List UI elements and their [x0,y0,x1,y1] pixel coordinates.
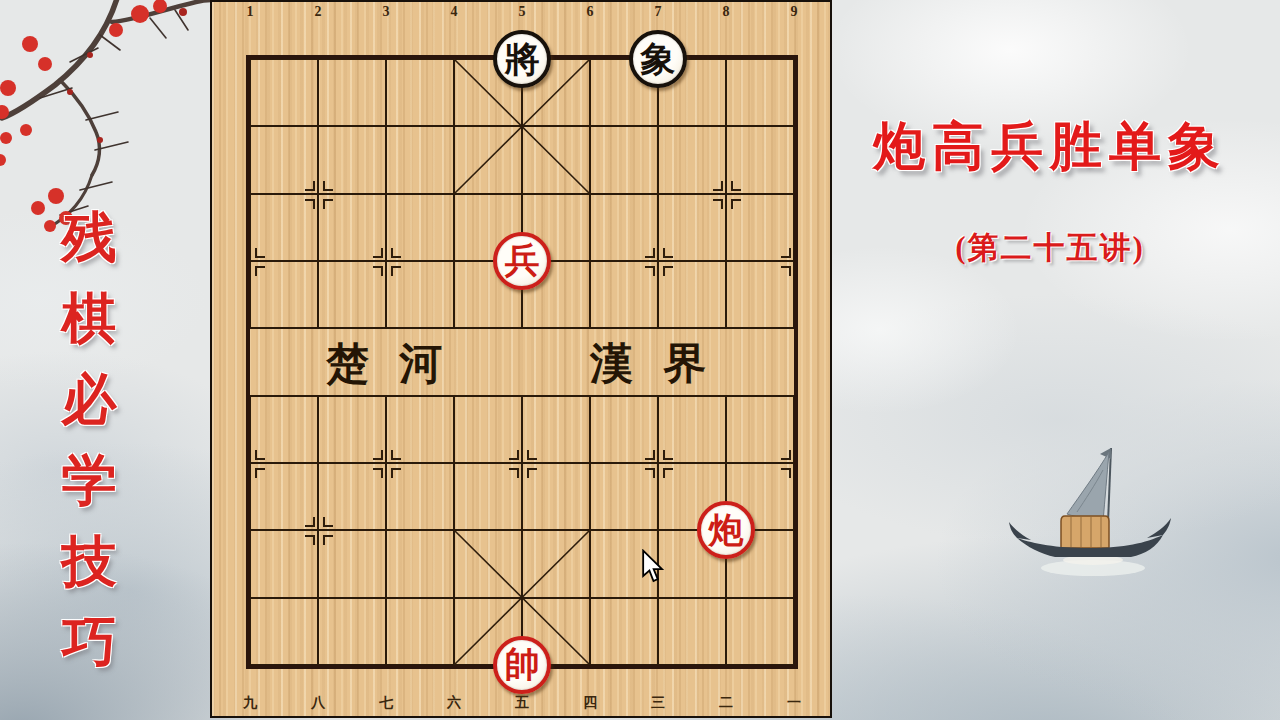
marker-bracket [391,468,401,478]
mouse-cursor [641,549,665,585]
file-label-top: 2 [315,4,322,20]
marker-bracket [391,266,401,276]
file-label-bottom: 二 [719,694,733,712]
red-pawn-piece[interactable]: 兵 [493,232,551,290]
marker-bracket [391,248,401,258]
file-label-bottom: 八 [311,694,325,712]
marker-bracket [255,266,265,276]
marker-bracket [645,450,655,460]
marker-bracket [713,199,723,209]
banner-character: 残 [62,210,117,265]
marker-bracket [509,468,519,478]
marker-bracket [323,535,333,545]
marker-bracket [781,450,791,460]
marker-bracket [373,248,383,258]
marker-bracket [663,450,673,460]
marker-bracket [255,450,265,460]
marker-bracket [323,517,333,527]
marker-bracket [663,468,673,478]
left-vertical-banner: 残棋必学技巧 [58,210,120,670]
marker-bracket [731,199,741,209]
marker-bracket [391,450,401,460]
marker-bracket [509,450,519,460]
banner-character: 学 [62,453,117,508]
file-label-bottom: 一 [787,694,801,712]
file-label-bottom: 六 [447,694,461,712]
banner-character: 技 [62,534,117,589]
file-label-bottom: 四 [583,694,597,712]
file-label-bottom: 五 [515,694,529,712]
banner-character: 巧 [62,615,117,670]
marker-bracket [781,248,791,258]
marker-bracket [645,266,655,276]
marker-bracket [663,248,673,258]
marker-bracket [373,468,383,478]
marker-bracket [323,181,333,191]
lesson-number-subtitle: (第二十五讲) [845,227,1255,269]
red-cannon-piece[interactable]: 炮 [697,501,755,559]
marker-bracket [527,450,537,460]
file-label-top: 6 [587,4,594,20]
marker-bracket [713,181,723,191]
marker-bracket [527,468,537,478]
boat-illustration [1005,430,1175,580]
file-label-top: 7 [655,4,662,20]
file-label-top: 8 [723,4,730,20]
red-general-piece[interactable]: 帥 [493,636,551,694]
marker-bracket [255,248,265,258]
marker-bracket [731,181,741,191]
marker-bracket [781,468,791,478]
marker-bracket [305,199,315,209]
lesson-topic-title: 炮高兵胜单象 [845,112,1255,182]
marker-bracket [305,517,315,527]
marker-bracket [305,181,315,191]
marker-bracket [255,468,265,478]
black-elephant-piece[interactable]: 象 [629,30,687,88]
river-label-left: 楚河 [296,335,472,393]
marker-bracket [645,248,655,258]
marker-bracket [305,535,315,545]
river-label-right: 漢界 [560,335,736,393]
file-label-top: 9 [791,4,798,20]
marker-bracket [373,266,383,276]
file-label-top: 4 [451,4,458,20]
banner-character: 棋 [62,291,117,346]
black-general-piece[interactable]: 將 [493,30,551,88]
marker-bracket [781,266,791,276]
marker-bracket [645,468,655,478]
file-label-top: 1 [247,4,254,20]
xiangqi-board: 楚河 漢界 123456789九八七六五四三二一將象兵炮帥 [210,0,832,718]
file-label-top: 3 [383,4,390,20]
marker-bracket [373,450,383,460]
file-label-bottom: 三 [651,694,665,712]
file-label-top: 5 [519,4,526,20]
marker-bracket [663,266,673,276]
lesson-title-block: 炮高兵胜单象 (第二十五讲) [845,0,1255,269]
file-label-bottom: 七 [379,694,393,712]
banner-character: 必 [62,372,117,427]
marker-bracket [323,199,333,209]
file-label-bottom: 九 [243,694,257,712]
